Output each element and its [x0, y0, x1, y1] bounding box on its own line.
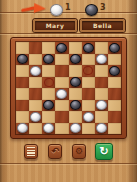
dark-piece[interactable]: [83, 43, 94, 53]
white-piece-count: 1: [65, 3, 71, 12]
square-g5[interactable]: [95, 77, 108, 89]
square-e5[interactable]: [69, 77, 82, 89]
white-piece[interactable]: [30, 112, 41, 122]
white-piece[interactable]: [96, 54, 107, 64]
square-e8: [69, 42, 82, 54]
move-hint-ring[interactable]: [44, 78, 54, 87]
dark-piece[interactable]: [70, 100, 81, 110]
square-h8[interactable]: [108, 42, 121, 54]
square-a7[interactable]: [16, 54, 29, 66]
gear-icon: ⚙: [75, 147, 83, 156]
dark-piece[interactable]: [17, 54, 28, 64]
dark-piece-count: 3: [100, 3, 106, 12]
square-f7: [82, 54, 95, 66]
square-c3[interactable]: [42, 100, 55, 112]
square-e2: [69, 111, 82, 123]
square-f5: [82, 77, 95, 89]
square-h5: [108, 77, 121, 89]
square-a8: [16, 42, 29, 54]
square-h1: [108, 123, 121, 135]
dark-player-name: Bella: [93, 22, 112, 29]
square-f4[interactable]: [82, 88, 95, 100]
white-piece-counter-icon: [50, 4, 63, 16]
white-player-name: Mary: [46, 22, 65, 29]
square-g3[interactable]: [95, 100, 108, 112]
board-grid: [16, 42, 121, 134]
move-hint-ring[interactable]: [83, 66, 93, 75]
square-b8[interactable]: [29, 42, 42, 54]
dark-piece[interactable]: [43, 54, 54, 64]
square-f2[interactable]: [82, 111, 95, 123]
square-b2[interactable]: [29, 111, 42, 123]
square-b7: [29, 54, 42, 66]
square-g7[interactable]: [95, 54, 108, 66]
square-a3[interactable]: [16, 100, 29, 112]
square-g6: [95, 65, 108, 77]
square-e3[interactable]: [69, 100, 82, 112]
square-h6[interactable]: [108, 65, 121, 77]
wood-seam: [0, 33, 137, 34]
square-d4[interactable]: [55, 88, 68, 100]
player-name-plaque-dark: Bella: [80, 19, 125, 32]
square-d6[interactable]: [55, 65, 68, 77]
white-piece[interactable]: [43, 123, 54, 133]
square-h4[interactable]: [108, 88, 121, 100]
dark-piece[interactable]: [43, 100, 54, 110]
arrow-head: [34, 3, 47, 14]
square-a1[interactable]: [16, 123, 29, 135]
white-piece[interactable]: [96, 100, 107, 110]
square-b1: [29, 123, 42, 135]
square-c7[interactable]: [42, 54, 55, 66]
square-e6: [69, 65, 82, 77]
dark-piece[interactable]: [109, 66, 120, 76]
checkers-board: [10, 37, 127, 139]
square-c1[interactable]: [42, 123, 55, 135]
square-h3: [108, 100, 121, 112]
square-c2: [42, 111, 55, 123]
square-c5[interactable]: [42, 77, 55, 89]
square-b4[interactable]: [29, 88, 42, 100]
square-b5: [29, 77, 42, 89]
square-f8[interactable]: [82, 42, 95, 54]
square-b3: [29, 100, 42, 112]
dark-piece[interactable]: [70, 54, 81, 64]
square-d3: [55, 100, 68, 112]
white-piece[interactable]: [96, 123, 107, 133]
square-g1[interactable]: [95, 123, 108, 135]
square-c6: [42, 65, 55, 77]
restart-icon: ↻: [99, 146, 108, 157]
restart-button[interactable]: ↻: [95, 143, 113, 160]
square-f6[interactable]: [82, 65, 95, 77]
square-e1[interactable]: [69, 123, 82, 135]
turn-indicator-arrow-icon: [20, 2, 47, 14]
square-d5: [55, 77, 68, 89]
square-g2: [95, 111, 108, 123]
square-g4: [95, 88, 108, 100]
square-c8: [42, 42, 55, 54]
dark-piece-counter-icon: [85, 4, 98, 16]
dark-piece[interactable]: [56, 43, 67, 53]
square-a5[interactable]: [16, 77, 29, 89]
square-h2[interactable]: [108, 111, 121, 123]
square-a4: [16, 88, 29, 100]
settings-button[interactable]: ⚙: [72, 144, 86, 159]
square-a2: [16, 111, 29, 123]
dark-piece[interactable]: [70, 77, 81, 87]
hamburger-icon: [27, 147, 35, 156]
dark-piece[interactable]: [109, 43, 120, 53]
checkers-app-screen: 1 3 Mary Bella ↶ ⚙ ↻: [0, 0, 137, 182]
square-f1: [82, 123, 95, 135]
square-d8[interactable]: [55, 42, 68, 54]
white-piece[interactable]: [70, 123, 81, 133]
square-d7: [55, 54, 68, 66]
square-b6[interactable]: [29, 65, 42, 77]
square-h7: [108, 54, 121, 66]
square-a6: [16, 65, 29, 77]
square-f3: [82, 100, 95, 112]
square-e7[interactable]: [69, 54, 82, 66]
square-c4: [42, 88, 55, 100]
white-piece[interactable]: [56, 89, 67, 99]
menu-button[interactable]: [24, 144, 38, 159]
player-name-plaque-white: Mary: [33, 19, 77, 32]
white-piece[interactable]: [30, 66, 41, 76]
wood-seam: [0, 163, 137, 164]
square-e4: [69, 88, 82, 100]
undo-icon: ↶: [51, 147, 59, 156]
square-g8: [95, 42, 108, 54]
square-d1: [55, 123, 68, 135]
undo-button[interactable]: ↶: [48, 144, 62, 159]
white-piece[interactable]: [17, 123, 28, 133]
square-d2[interactable]: [55, 111, 68, 123]
white-piece[interactable]: [83, 112, 94, 122]
